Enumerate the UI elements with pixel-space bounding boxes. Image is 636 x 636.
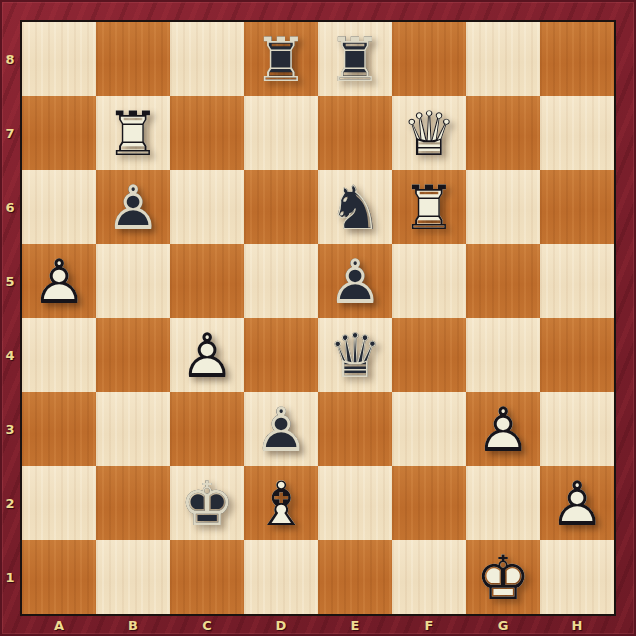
square-h8[interactable] — [540, 22, 614, 96]
rank-label-8: 8 — [0, 22, 20, 96]
piece-black-pawn-b6[interactable]: ♟♙ — [96, 170, 170, 244]
rank-label-5: 5 — [0, 244, 20, 318]
square-f6[interactable]: ♜♖ — [392, 170, 466, 244]
piece-white-pawn-a5[interactable]: ♟♙ — [22, 244, 96, 318]
square-b4[interactable] — [96, 318, 170, 392]
square-b7[interactable]: ♜♖ — [96, 96, 170, 170]
file-label-d: D — [244, 615, 318, 635]
piece-black-queen-e4[interactable]: ♛♕ — [318, 318, 392, 392]
square-e4[interactable]: ♛♕ — [318, 318, 392, 392]
black-knight-outline-icon: ♘ — [318, 170, 392, 244]
square-h7[interactable] — [540, 96, 614, 170]
square-f2[interactable] — [392, 466, 466, 540]
piece-black-king-c2[interactable]: ♚♔ — [170, 466, 244, 540]
piece-white-pawn-h2[interactable]: ♟♙ — [540, 466, 614, 540]
rank-label-4: 4 — [0, 318, 20, 392]
piece-black-knight-e6[interactable]: ♞♘ — [318, 170, 392, 244]
piece-black-pawn-d3[interactable]: ♟♙ — [244, 392, 318, 466]
black-pawn-outline-icon: ♙ — [96, 170, 170, 244]
piece-black-pawn-e5[interactable]: ♟♙ — [318, 244, 392, 318]
white-pawn-outline-icon: ♙ — [170, 318, 244, 392]
square-g4[interactable] — [466, 318, 540, 392]
square-b8[interactable] — [96, 22, 170, 96]
piece-black-rook-e8[interactable]: ♜♖ — [318, 22, 392, 96]
square-h6[interactable] — [540, 170, 614, 244]
square-h3[interactable] — [540, 392, 614, 466]
square-b6[interactable]: ♟♙ — [96, 170, 170, 244]
square-e2[interactable] — [318, 466, 392, 540]
square-f5[interactable] — [392, 244, 466, 318]
rank-label-6: 6 — [0, 170, 20, 244]
piece-white-rook-f6[interactable]: ♜♖ — [392, 170, 466, 244]
square-d2[interactable]: ♝♗ — [244, 466, 318, 540]
square-c8[interactable] — [170, 22, 244, 96]
square-g3[interactable]: ♟♙ — [466, 392, 540, 466]
square-a1[interactable] — [22, 540, 96, 614]
black-pawn-outline-icon: ♙ — [244, 392, 318, 466]
square-f3[interactable] — [392, 392, 466, 466]
rank-label-2: 2 — [0, 466, 20, 540]
square-a7[interactable] — [22, 96, 96, 170]
chessboard-window: ♜♖♜♖♜♖♛♕♟♙♞♘♜♖♟♙♟♙♟♙♛♕♟♙♟♙♚♔♝♗♟♙♚♔ 87654… — [0, 0, 636, 636]
file-label-b: B — [96, 615, 170, 635]
square-c1[interactable] — [170, 540, 244, 614]
square-a6[interactable] — [22, 170, 96, 244]
square-c3[interactable] — [170, 392, 244, 466]
piece-white-king-g1[interactable]: ♚♔ — [466, 540, 540, 614]
square-g7[interactable] — [466, 96, 540, 170]
square-f7[interactable]: ♛♕ — [392, 96, 466, 170]
square-f8[interactable] — [392, 22, 466, 96]
square-b3[interactable] — [96, 392, 170, 466]
piece-white-pawn-g3[interactable]: ♟♙ — [466, 392, 540, 466]
square-c7[interactable] — [170, 96, 244, 170]
rank-label-1: 1 — [0, 540, 20, 614]
white-queen-outline-icon: ♕ — [392, 96, 466, 170]
file-label-a: A — [22, 615, 96, 635]
square-d1[interactable] — [244, 540, 318, 614]
rank-label-3: 3 — [0, 392, 20, 466]
square-h4[interactable] — [540, 318, 614, 392]
square-a3[interactable] — [22, 392, 96, 466]
square-b1[interactable] — [96, 540, 170, 614]
square-c4[interactable]: ♟♙ — [170, 318, 244, 392]
square-h1[interactable] — [540, 540, 614, 614]
square-e7[interactable] — [318, 96, 392, 170]
square-c2[interactable]: ♚♔ — [170, 466, 244, 540]
file-label-e: E — [318, 615, 392, 635]
square-c6[interactable] — [170, 170, 244, 244]
black-pawn-outline-icon: ♙ — [318, 244, 392, 318]
square-h5[interactable] — [540, 244, 614, 318]
square-a5[interactable]: ♟♙ — [22, 244, 96, 318]
square-d5[interactable] — [244, 244, 318, 318]
piece-black-rook-d8[interactable]: ♜♖ — [244, 22, 318, 96]
piece-white-pawn-c4[interactable]: ♟♙ — [170, 318, 244, 392]
black-king-outline-icon: ♔ — [170, 466, 244, 540]
square-b2[interactable] — [96, 466, 170, 540]
white-rook-outline-icon: ♖ — [96, 96, 170, 170]
square-h2[interactable]: ♟♙ — [540, 466, 614, 540]
white-pawn-outline-icon: ♙ — [540, 466, 614, 540]
rank-label-7: 7 — [0, 96, 20, 170]
chess-board: ♜♖♜♖♜♖♛♕♟♙♞♘♜♖♟♙♟♙♟♙♛♕♟♙♟♙♚♔♝♗♟♙♚♔ — [20, 20, 616, 616]
square-e1[interactable] — [318, 540, 392, 614]
white-king-outline-icon: ♔ — [466, 540, 540, 614]
square-f1[interactable] — [392, 540, 466, 614]
file-label-c: C — [170, 615, 244, 635]
piece-white-bishop-d2[interactable]: ♝♗ — [244, 466, 318, 540]
square-a8[interactable] — [22, 22, 96, 96]
black-rook-outline-icon: ♖ — [244, 22, 318, 96]
square-g1[interactable]: ♚♔ — [466, 540, 540, 614]
white-bishop-outline-icon: ♗ — [244, 466, 318, 540]
white-pawn-outline-icon: ♙ — [466, 392, 540, 466]
square-e3[interactable] — [318, 392, 392, 466]
square-a4[interactable] — [22, 318, 96, 392]
white-pawn-outline-icon: ♙ — [22, 244, 96, 318]
square-d8[interactable]: ♜♖ — [244, 22, 318, 96]
square-g6[interactable] — [466, 170, 540, 244]
square-d7[interactable] — [244, 96, 318, 170]
file-label-h: H — [540, 615, 614, 635]
white-rook-outline-icon: ♖ — [392, 170, 466, 244]
file-label-g: G — [466, 615, 540, 635]
piece-white-queen-f7[interactable]: ♛♕ — [392, 96, 466, 170]
square-g8[interactable] — [466, 22, 540, 96]
piece-white-rook-b7[interactable]: ♜♖ — [96, 96, 170, 170]
square-a2[interactable] — [22, 466, 96, 540]
black-rook-outline-icon: ♖ — [318, 22, 392, 96]
square-g5[interactable] — [466, 244, 540, 318]
square-e5[interactable]: ♟♙ — [318, 244, 392, 318]
square-b5[interactable] — [96, 244, 170, 318]
square-e8[interactable]: ♜♖ — [318, 22, 392, 96]
file-label-f: F — [392, 615, 466, 635]
square-g2[interactable] — [466, 466, 540, 540]
square-f4[interactable] — [392, 318, 466, 392]
square-e6[interactable]: ♞♘ — [318, 170, 392, 244]
square-c5[interactable] — [170, 244, 244, 318]
square-d6[interactable] — [244, 170, 318, 244]
square-d3[interactable]: ♟♙ — [244, 392, 318, 466]
square-d4[interactable] — [244, 318, 318, 392]
black-queen-outline-icon: ♕ — [318, 318, 392, 392]
